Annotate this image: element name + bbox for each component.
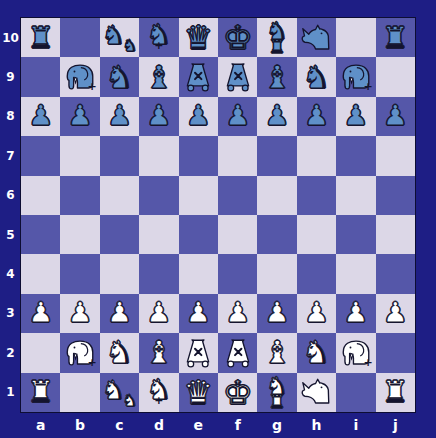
black-war-machine[interactable] [179,57,218,96]
square-f8[interactable]: ♟ [218,97,257,136]
white-bishop[interactable]: ♝ [139,333,178,372]
knight-glyph: ♞ [106,62,134,93]
black-bishop[interactable]: ♝ [139,57,178,96]
knight-glyph: ♞ [303,337,331,368]
white-rook[interactable]: ♜ [21,373,60,412]
file-label-j: j [376,412,415,438]
black-pawn[interactable]: ♟ [139,97,178,136]
square-f5[interactable] [218,215,257,254]
square-b6[interactable] [60,176,99,215]
king-glyph: ♚ [223,21,253,54]
plus-mark: + [88,81,97,92]
pawn-glyph: ♟ [28,299,53,327]
file-labels: abcdefghij [21,412,415,438]
file-label-a: a [21,412,60,438]
square-b1[interactable] [60,373,99,412]
square-a3[interactable]: ♟ [21,294,60,333]
square-a10[interactable]: ♜ [21,18,60,57]
square-j4[interactable] [376,254,415,293]
square-j3[interactable]: ♟ [376,294,415,333]
black-rook[interactable]: ♜ [376,18,415,57]
square-b10[interactable] [60,18,99,57]
war-machine-icon [181,60,215,94]
square-j6[interactable] [376,176,415,215]
square-f3[interactable]: ♟ [218,294,257,333]
square-i4[interactable] [336,254,375,293]
square-g10[interactable]: ♜♞ [257,18,296,57]
square-b4[interactable] [60,254,99,293]
knight-head-icon: ♞ [266,374,288,398]
square-i5[interactable] [336,215,375,254]
white-rook[interactable]: ♜ [376,373,415,412]
board-frame: 10987654321 ♜♞♞♞+♛♚♜♞♜+♞♝♝♞+♟♟♟♟♟♟♟♟♟♟♟♟… [0,0,436,438]
pawn-glyph: ♟ [186,102,211,130]
square-e4[interactable] [179,254,218,293]
square-h10[interactable] [297,18,336,57]
file-label-c: c [100,412,139,438]
file-label-i: i [336,412,375,438]
square-d5[interactable] [139,215,178,254]
white-archbishop[interactable]: ♞+ [139,373,178,412]
rank-label-10: 10 [0,18,21,57]
rank-label-5: 5 [0,215,21,254]
square-g7[interactable] [257,136,296,175]
square-g1[interactable]: ♜♞ [257,373,296,412]
pawn-glyph: ♟ [304,299,329,327]
pawn-glyph: ♟ [383,299,408,327]
pawn-glyph: ♟ [383,102,408,130]
square-a5[interactable] [21,215,60,254]
pawn-glyph: ♟ [146,102,171,130]
square-b5[interactable] [60,215,99,254]
black-bishop[interactable]: ♝ [257,57,296,96]
plus-mark: + [363,357,372,368]
white-pawn[interactable]: ♟ [257,294,296,333]
square-b7[interactable] [60,136,99,175]
square-c3[interactable]: ♟ [100,294,139,333]
square-f6[interactable] [218,176,257,215]
square-b2[interactable]: + [60,333,99,372]
square-i6[interactable] [336,176,375,215]
board-grid: ♜♞♞♞+♛♚♜♞♜+♞♝♝♞+♟♟♟♟♟♟♟♟♟♟♟♟♟♟♟♟♟♟♟♟+♞♝♝… [21,18,415,412]
black-elephant[interactable]: + [336,57,375,96]
black-knight[interactable]: ♞ [297,57,336,96]
square-f10[interactable]: ♚ [218,18,257,57]
white-pawn[interactable]: ♟ [139,294,178,333]
square-c1[interactable]: ♞♞ [100,373,139,412]
square-j1[interactable]: ♜ [376,373,415,412]
plus-mark: + [363,81,372,92]
square-b9[interactable]: + [60,57,99,96]
plus-mark: + [154,40,163,51]
file-label-f: f [218,412,257,438]
knight-head-icon: ♞ [102,377,125,403]
rook-glyph: ♜ [382,377,409,407]
pawn-glyph: ♟ [343,299,368,327]
white-war-machine[interactable] [218,333,257,372]
square-a2[interactable] [21,333,60,372]
pawn-glyph: ♟ [186,299,211,327]
black-pawn[interactable]: ♟ [297,97,336,136]
black-rook[interactable]: ♜ [21,18,60,57]
black-marshall[interactable]: ♜♞ [257,18,296,57]
bishop-glyph: ♝ [145,62,173,93]
pawn-glyph: ♟ [265,299,290,327]
black-war-machine[interactable] [218,57,257,96]
square-e5[interactable] [179,215,218,254]
square-h9[interactable]: ♞ [297,57,336,96]
square-h7[interactable] [297,136,336,175]
queen-glyph: ♛ [184,21,214,54]
square-g6[interactable] [257,176,296,215]
white-pawn[interactable]: ♟ [179,294,218,333]
rank-label-3: 3 [0,294,21,333]
second-knight-head-icon: ♞ [123,393,137,409]
black-pawn[interactable]: ♟ [21,97,60,136]
square-c10[interactable]: ♞♞ [100,18,139,57]
white-marshall[interactable]: ♜♞ [257,373,296,412]
square-c4[interactable] [100,254,139,293]
pawn-glyph: ♟ [107,299,132,327]
white-pawn[interactable]: ♟ [21,294,60,333]
square-h4[interactable] [297,254,336,293]
square-d1[interactable]: ♞+ [139,373,178,412]
file-label-g: g [257,412,296,438]
square-c5[interactable] [100,215,139,254]
file-label-b: b [60,412,99,438]
rook-glyph: ♜ [382,23,409,53]
square-i1[interactable] [336,373,375,412]
square-b3[interactable]: ♟ [60,294,99,333]
white-bishop[interactable]: ♝ [257,333,296,372]
square-i3[interactable]: ♟ [336,294,375,333]
rank-label-8: 8 [0,97,21,136]
rank-labels: 10987654321 [0,18,21,412]
white-gnu[interactable]: ♞♞ [100,373,139,412]
knight-head-icon: ♞ [102,22,125,48]
square-a7[interactable] [21,136,60,175]
square-h1[interactable] [297,373,336,412]
white-queen[interactable]: ♛ [179,373,218,412]
plus-mark: + [88,357,97,368]
black-elephant[interactable]: + [60,57,99,96]
rank-label-7: 7 [0,136,21,175]
black-pawn[interactable]: ♟ [218,97,257,136]
white-pawn[interactable]: ♟ [100,294,139,333]
bishop-glyph: ♝ [145,337,173,368]
square-i9[interactable]: + [336,57,375,96]
second-knight-head-icon: ♞ [123,38,137,54]
white-elephant[interactable]: + [336,333,375,372]
square-j8[interactable]: ♟ [376,97,415,136]
square-g2[interactable]: ♝ [257,333,296,372]
black-rhinoceros[interactable] [297,18,336,57]
square-e7[interactable] [179,136,218,175]
square-a6[interactable] [21,176,60,215]
square-g8[interactable]: ♟ [257,97,296,136]
bishop-glyph: ♝ [263,337,291,368]
square-a8[interactable]: ♟ [21,97,60,136]
square-f7[interactable] [218,136,257,175]
pawn-glyph: ♟ [107,102,132,130]
black-queen[interactable]: ♛ [179,18,218,57]
square-f1[interactable]: ♚ [218,373,257,412]
pawn-glyph: ♟ [225,102,250,130]
square-e9[interactable] [179,57,218,96]
black-archbishop[interactable]: ♞+ [139,18,178,57]
square-i10[interactable] [336,18,375,57]
rank-label-9: 9 [0,57,21,96]
file-label-d: d [139,412,178,438]
square-h8[interactable]: ♟ [297,97,336,136]
black-pawn[interactable]: ♟ [257,97,296,136]
square-g3[interactable]: ♟ [257,294,296,333]
square-e2[interactable] [179,333,218,372]
square-i7[interactable] [336,136,375,175]
square-j2[interactable] [376,333,415,372]
square-d7[interactable] [139,136,178,175]
pawn-glyph: ♟ [68,299,93,327]
white-knight[interactable]: ♞ [297,333,336,372]
rank-label-4: 4 [0,254,21,293]
plus-mark: + [154,395,163,406]
white-knight[interactable]: ♞ [100,333,139,372]
square-i2[interactable]: + [336,333,375,372]
pawn-glyph: ♟ [28,102,53,130]
square-d2[interactable]: ♝ [139,333,178,372]
knight-head-icon: ♞ [266,19,288,43]
square-j10[interactable]: ♜ [376,18,415,57]
pawn-glyph: ♟ [146,299,171,327]
file-label-e: e [179,412,218,438]
war-machine-icon [221,60,255,94]
rook-glyph: ♜ [27,377,54,407]
square-d9[interactable]: ♝ [139,57,178,96]
square-e3[interactable]: ♟ [179,294,218,333]
rank-label-1: 1 [0,373,21,412]
black-gnu[interactable]: ♞♞ [100,18,139,57]
square-i8[interactable]: ♟ [336,97,375,136]
white-war-machine[interactable] [179,333,218,372]
square-b8[interactable]: ♟ [60,97,99,136]
square-f2[interactable] [218,333,257,372]
war-machine-icon [221,336,255,370]
white-pawn[interactable]: ♟ [336,294,375,333]
knight-glyph: ♞ [106,337,134,368]
square-h6[interactable] [297,176,336,215]
white-pawn[interactable]: ♟ [60,294,99,333]
square-j9[interactable] [376,57,415,96]
white-elephant[interactable]: + [60,333,99,372]
square-c6[interactable] [100,176,139,215]
white-pawn[interactable]: ♟ [218,294,257,333]
file-label-h: h [297,412,336,438]
square-d4[interactable] [139,254,178,293]
square-h5[interactable] [297,215,336,254]
pawn-glyph: ♟ [265,102,290,130]
square-e8[interactable]: ♟ [179,97,218,136]
pawn-glyph: ♟ [225,299,250,327]
rank-label-6: 6 [0,176,21,215]
square-g9[interactable]: ♝ [257,57,296,96]
square-a4[interactable] [21,254,60,293]
square-c2[interactable]: ♞ [100,333,139,372]
square-g4[interactable] [257,254,296,293]
rhinoceros-icon [299,375,333,409]
square-d8[interactable]: ♟ [139,97,178,136]
square-g5[interactable] [257,215,296,254]
square-f9[interactable] [218,57,257,96]
white-pawn[interactable]: ♟ [376,294,415,333]
black-pawn[interactable]: ♟ [376,97,415,136]
square-e6[interactable] [179,176,218,215]
white-pawn[interactable]: ♟ [297,294,336,333]
black-pawn[interactable]: ♟ [60,97,99,136]
rank-label-2: 2 [0,333,21,372]
square-c8[interactable]: ♟ [100,97,139,136]
white-king[interactable]: ♚ [218,373,257,412]
rook-glyph: ♜ [27,23,54,53]
square-j7[interactable] [376,136,415,175]
black-pawn[interactable]: ♟ [100,97,139,136]
knight-glyph: ♞ [303,62,331,93]
black-pawn[interactable]: ♟ [336,97,375,136]
square-d3[interactable]: ♟ [139,294,178,333]
square-h3[interactable]: ♟ [297,294,336,333]
square-c9[interactable]: ♞ [100,57,139,96]
square-f4[interactable] [218,254,257,293]
black-knight[interactable]: ♞ [100,57,139,96]
square-j5[interactable] [376,215,415,254]
square-d10[interactable]: ♞+ [139,18,178,57]
pawn-glyph: ♟ [304,102,329,130]
black-pawn[interactable]: ♟ [179,97,218,136]
queen-glyph: ♛ [184,376,214,409]
square-a1[interactable]: ♜ [21,373,60,412]
pawn-glyph: ♟ [68,102,93,130]
pawn-glyph: ♟ [343,102,368,130]
rhinoceros-icon [299,21,333,55]
square-d6[interactable] [139,176,178,215]
square-e1[interactable]: ♛ [179,373,218,412]
square-a9[interactable] [21,57,60,96]
war-machine-icon [181,336,215,370]
black-king[interactable]: ♚ [218,18,257,57]
square-h2[interactable]: ♞ [297,333,336,372]
white-rhinoceros[interactable] [297,373,336,412]
bishop-glyph: ♝ [263,62,291,93]
square-e10[interactable]: ♛ [179,18,218,57]
king-glyph: ♚ [223,376,253,409]
square-c7[interactable] [100,136,139,175]
